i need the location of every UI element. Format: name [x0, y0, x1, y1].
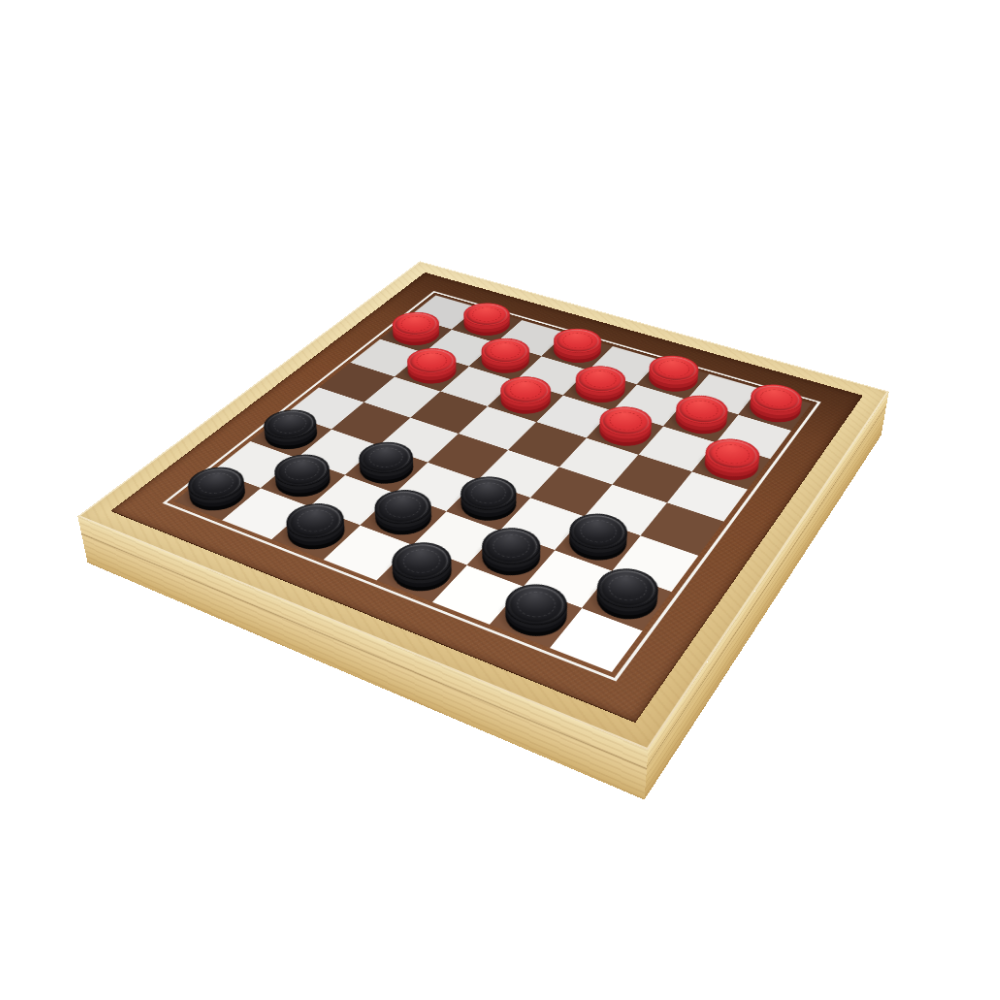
- wooden-box-top-face: ⛂⛂⛂⛂⛂⛂⛂⛂⛂⛂⛂⛂⛀⛀⛀⛀⛀⛀⛀⛀⛀⛀⛀⛀: [78, 261, 889, 750]
- scene-perspective: ⛂⛂⛂⛂⛂⛂⛂⛂⛂⛂⛂⛂⛀⛀⛀⛀⛀⛀⛀⛀⛀⛀⛀⛀: [212, 154, 804, 746]
- board-margin: ⛂⛂⛂⛂⛂⛂⛂⛂⛂⛂⛂⛂⛀⛀⛀⛀⛀⛀⛀⛀⛀⛀⛀⛀: [111, 272, 863, 722]
- checker-black[interactable]: ⛀: [446, 480, 530, 531]
- product-photo: ⛂⛂⛂⛂⛂⛂⛂⛂⛂⛂⛂⛂⛀⛀⛀⛀⛀⛀⛀⛀⛀⛀⛀⛀: [0, 0, 1000, 1000]
- square-r6c5[interactable]: ⛀: [446, 480, 530, 531]
